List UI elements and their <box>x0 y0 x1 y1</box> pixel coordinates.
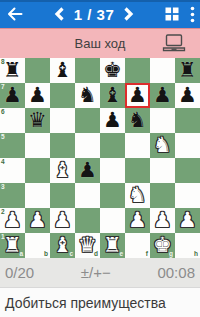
rank-label: 5 <box>1 134 5 141</box>
piece-white-queen[interactable]: ♛ <box>78 235 97 256</box>
square-d4[interactable]: ♟ <box>75 158 100 183</box>
piece-black-bishop[interactable]: ♝ <box>53 60 72 81</box>
square-a3[interactable]: 3 <box>0 183 25 208</box>
square-f5[interactable] <box>125 133 150 158</box>
square-b2[interactable]: ♟ <box>25 208 50 233</box>
piece-black-pawn[interactable]: ♟ <box>128 85 147 106</box>
square-c2[interactable]: ♟ <box>50 208 75 233</box>
square-h1[interactable]: h <box>175 233 200 258</box>
square-h7[interactable]: ♟ <box>175 83 200 108</box>
turn-label: Ваш ход <box>75 36 126 51</box>
piece-black-pawn[interactable]: ♟ <box>78 160 97 181</box>
square-d5[interactable] <box>75 133 100 158</box>
piece-white-knight[interactable]: ♞ <box>128 185 147 206</box>
square-c8[interactable]: ♝ <box>50 58 75 83</box>
piece-black-knight[interactable]: ♞ <box>128 110 147 131</box>
square-c4[interactable]: ♝ <box>50 158 75 183</box>
goal-indicator: ±/+− <box>81 264 111 281</box>
square-a8[interactable]: 8♜ <box>0 58 25 83</box>
piece-white-rook[interactable]: ♜ <box>103 235 122 256</box>
piece-black-rook[interactable]: ♜ <box>3 60 22 81</box>
square-g3[interactable] <box>150 183 175 208</box>
turn-banner: Ваш ход <box>0 28 200 58</box>
piece-white-rook[interactable]: ♜ <box>3 235 22 256</box>
square-e6[interactable]: ♟ <box>100 108 125 133</box>
square-h5[interactable] <box>175 133 200 158</box>
piece-white-pawn[interactable]: ♟ <box>178 210 197 231</box>
square-a1[interactable]: 1a♜ <box>0 233 25 258</box>
piece-white-king[interactable]: ♚ <box>153 235 172 256</box>
app-window: 1 / 37 Ваш ход <box>0 0 200 317</box>
square-g7[interactable]: ♟ <box>150 83 175 108</box>
rank-label: 6 <box>1 109 5 116</box>
square-d1[interactable]: d♛ <box>75 233 100 258</box>
square-g8[interactable] <box>150 58 175 83</box>
piece-black-pawn[interactable]: ♟ <box>3 85 22 106</box>
piece-black-king[interactable]: ♚ <box>103 60 122 81</box>
rank-label: 4 <box>1 159 5 166</box>
piece-white-bishop[interactable]: ♝ <box>53 160 72 181</box>
square-c5[interactable] <box>50 133 75 158</box>
laptop-icon <box>161 34 187 57</box>
square-c7[interactable] <box>50 83 75 108</box>
chevron-right-icon[interactable] <box>123 7 134 21</box>
square-d3[interactable] <box>75 183 100 208</box>
puzzle-counter: 1 / 37 <box>74 6 115 23</box>
square-e3[interactable] <box>100 183 125 208</box>
square-g1[interactable]: g♚ <box>150 233 175 258</box>
overflow-menu-icon[interactable] <box>190 6 195 23</box>
piece-white-pawn[interactable]: ♟ <box>128 210 147 231</box>
status-bar: 0/20 ±/+− 00:08 <box>0 258 200 287</box>
square-g5[interactable]: ♞ <box>150 133 175 158</box>
square-d8[interactable] <box>75 58 100 83</box>
piece-white-pawn[interactable]: ♟ <box>28 210 47 231</box>
piece-white-pawn[interactable]: ♟ <box>153 210 172 231</box>
square-g4[interactable] <box>150 158 175 183</box>
square-d6[interactable] <box>75 108 100 133</box>
piece-white-pawn[interactable]: ♟ <box>3 210 22 231</box>
back-icon[interactable] <box>7 6 23 22</box>
piece-black-pawn[interactable]: ♟ <box>28 85 47 106</box>
square-f1[interactable]: f <box>125 233 150 258</box>
square-a7[interactable]: 7♟ <box>0 83 25 108</box>
score-counter: 0/20 <box>5 264 34 281</box>
square-h2[interactable]: ♟ <box>175 208 200 233</box>
square-e4[interactable] <box>100 158 125 183</box>
square-h3[interactable] <box>175 183 200 208</box>
square-e7[interactable]: ♝ <box>100 83 125 108</box>
square-b7[interactable]: ♟ <box>25 83 50 108</box>
piece-white-pawn[interactable]: ♟ <box>53 210 72 231</box>
square-f3[interactable]: ♞ <box>125 183 150 208</box>
square-h6[interactable] <box>175 108 200 133</box>
square-d2[interactable] <box>75 208 100 233</box>
chevron-left-icon[interactable] <box>54 7 65 21</box>
task-text: Добиться преимущества <box>5 295 166 311</box>
square-b3[interactable] <box>25 183 50 208</box>
file-label: h <box>194 251 198 258</box>
square-h8[interactable]: ♜ <box>175 58 200 83</box>
square-e1[interactable]: e♜ <box>100 233 125 258</box>
square-b6[interactable]: ♛ <box>25 108 50 133</box>
rank-label: 3 <box>1 184 5 191</box>
piece-black-pawn[interactable]: ♟ <box>178 85 197 106</box>
square-e5[interactable] <box>100 133 125 158</box>
square-f7[interactable]: ♟ <box>125 83 150 108</box>
piece-black-knight[interactable]: ♞ <box>78 85 97 106</box>
piece-black-bishop[interactable]: ♝ <box>103 85 122 106</box>
square-d7[interactable]: ♞ <box>75 83 100 108</box>
square-b1[interactable]: b <box>25 233 50 258</box>
square-c1[interactable]: c♝ <box>50 233 75 258</box>
piece-black-pawn[interactable]: ♟ <box>103 110 122 131</box>
chess-board: 8♜♝♚♜7♟♟♞♝♟♟♟6♛♟♞5♞4♝♟3♞2♟♟♟♟♟♟1a♜bc♝d♛e… <box>0 58 200 258</box>
square-c6[interactable] <box>50 108 75 133</box>
timer: 00:08 <box>157 264 195 281</box>
square-a2[interactable]: 2♟ <box>0 208 25 233</box>
square-b4[interactable] <box>25 158 50 183</box>
piece-black-pawn[interactable]: ♟ <box>153 85 172 106</box>
piece-black-rook[interactable]: ♜ <box>178 60 197 81</box>
task-bar: Добиться преимущества <box>0 287 200 317</box>
square-a4[interactable]: 4 <box>0 158 25 183</box>
square-e2[interactable] <box>100 208 125 233</box>
square-f6[interactable]: ♞ <box>125 108 150 133</box>
square-f2[interactable]: ♟ <box>125 208 150 233</box>
square-g2[interactable]: ♟ <box>150 208 175 233</box>
piece-white-bishop[interactable]: ♝ <box>53 235 72 256</box>
square-h4[interactable] <box>175 158 200 183</box>
file-label: b <box>44 251 48 258</box>
piece-white-knight[interactable]: ♞ <box>153 135 172 156</box>
file-label: f <box>146 251 148 258</box>
square-g6[interactable] <box>150 108 175 133</box>
square-b8[interactable] <box>25 58 50 83</box>
square-c3[interactable] <box>50 183 75 208</box>
piece-black-queen[interactable]: ♛ <box>28 110 47 131</box>
square-e8[interactable]: ♚ <box>100 58 125 83</box>
square-f4[interactable] <box>125 158 150 183</box>
square-a5[interactable]: 5 <box>0 133 25 158</box>
square-a6[interactable]: 6 <box>0 108 25 133</box>
top-app-bar: 1 / 37 <box>0 0 200 28</box>
square-f8[interactable] <box>125 58 150 83</box>
grid-view-icon[interactable] <box>165 7 179 21</box>
square-b5[interactable] <box>25 133 50 158</box>
